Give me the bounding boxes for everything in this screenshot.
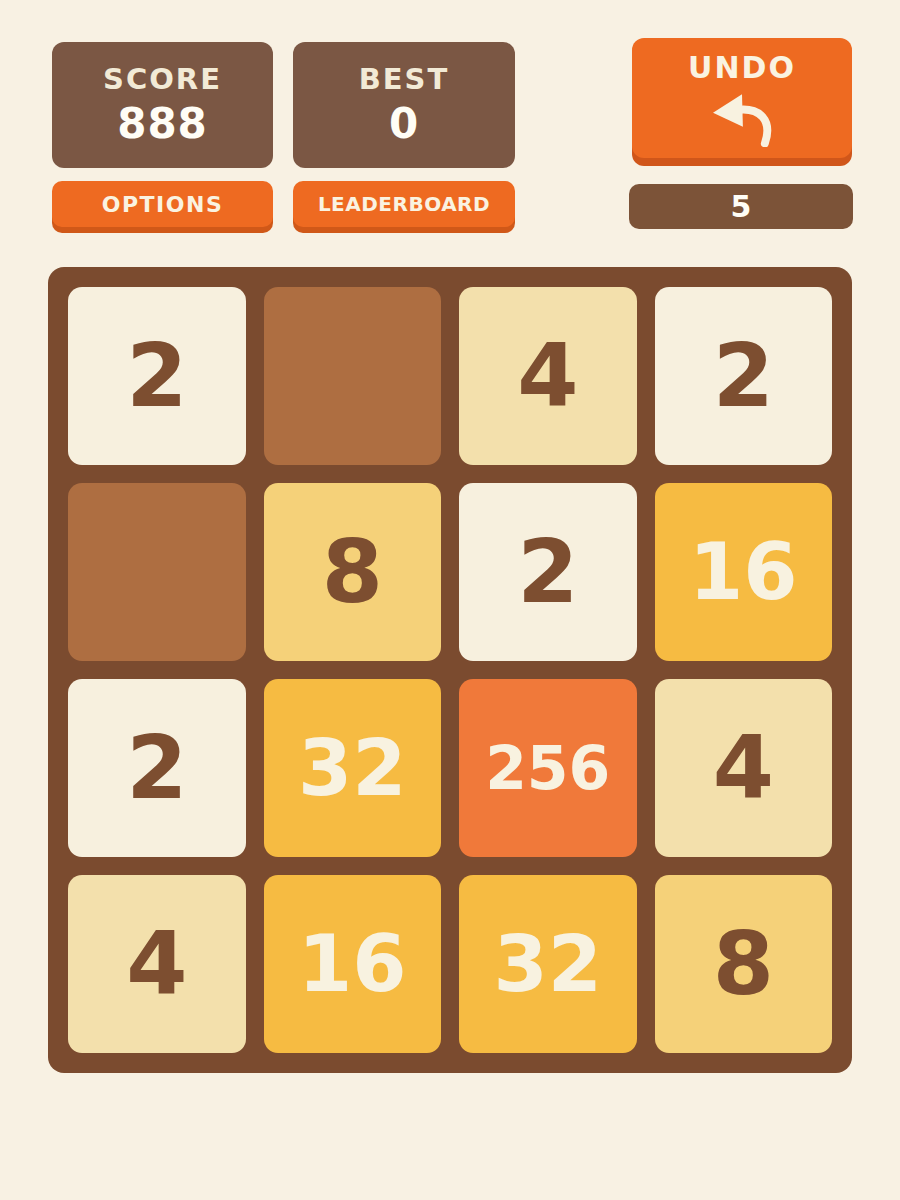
tile-2-r2c3: 2 [459,483,637,661]
best-label: BEST [359,62,450,96]
empty-cell-r1c2 [264,287,442,465]
tile-2-r3c1: 2 [68,679,246,857]
undo-button[interactable]: UNDO [632,38,852,158]
tile-4-r4c1: 4 [68,875,246,1053]
best-box: BEST 0 [293,42,515,168]
leaderboard-button-label: LEADERBOARD [318,192,490,216]
score-box: SCORE 888 [52,42,273,168]
leaderboard-button[interactable]: LEADERBOARD [293,181,515,227]
board-grid[interactable]: 24282162322564416328 [48,267,852,1073]
score-value: 888 [117,99,208,148]
options-button-label: OPTIONS [102,192,223,217]
undo-button-label: UNDO [688,50,796,85]
tile-8-r2c2: 8 [264,483,442,661]
tile-16-r4c2: 16 [264,875,442,1053]
tile-32-r4c3: 32 [459,875,637,1053]
tile-16-r2c4: 16 [655,483,833,661]
tile-256-r3c3: 256 [459,679,637,857]
tile-4-r1c3: 4 [459,287,637,465]
score-label: SCORE [103,62,222,96]
tile-2-r1c4: 2 [655,287,833,465]
undo-arrow-icon [702,89,782,147]
tile-2-r1c1: 2 [68,287,246,465]
options-button[interactable]: OPTIONS [52,181,273,227]
tile-4-r3c4: 4 [655,679,833,857]
undo-count-badge: 5 [629,184,853,229]
tile-32-r3c2: 32 [264,679,442,857]
undo-count-value: 5 [731,189,752,224]
best-value: 0 [389,99,419,148]
tile-8-r4c4: 8 [655,875,833,1053]
empty-cell-r2c1 [68,483,246,661]
